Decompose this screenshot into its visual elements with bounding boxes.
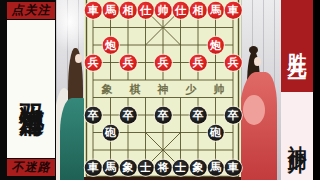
piece-red-兵: 兵 [225, 54, 242, 71]
piece-red-兵: 兵 [120, 54, 137, 71]
piece-black-将: 将 [155, 159, 172, 176]
river-char: 少 [186, 82, 197, 97]
piece-red-馬: 馬 [207, 2, 224, 19]
piece-black-象: 象 [120, 159, 137, 176]
piece-black-士: 士 [137, 159, 154, 176]
right-woman-hair-bun [249, 46, 258, 54]
piece-black-車: 車 [225, 159, 242, 176]
board-bottom-edge [84, 177, 241, 180]
river-channel-text: 象 棋 神 少 帅 [93, 81, 233, 97]
piece-black-砲: 砲 [207, 124, 224, 141]
xiangqi-board: 象 棋 神 少 帅 車馬相仕帅仕相馬車炮炮兵兵兵兵兵卒卒卒卒卒砲砲車馬象士将士象… [84, 0, 241, 180]
piece-red-車: 車 [225, 2, 242, 19]
left-photo-woman-teal [56, 0, 87, 180]
river-char: 棋 [130, 82, 141, 97]
no-lost-badge: 不迷路 [7, 159, 55, 176]
piece-black-馬: 馬 [102, 159, 119, 176]
piece-red-兵: 兵 [85, 54, 102, 71]
right-text-column: 胜九三 神少帅 [281, 0, 313, 180]
channel-band: 神少帅 [281, 92, 313, 180]
video-thumbnail[interactable]: 点关注 双炮过河篇 不迷路 象 [0, 0, 320, 180]
piece-red-兵: 兵 [155, 54, 172, 71]
piece-red-仕: 仕 [172, 2, 189, 19]
piece-black-卒: 卒 [190, 107, 207, 124]
no-lost-badge-label: 不迷路 [12, 159, 51, 176]
score-label: 胜九三 [284, 37, 310, 55]
river-char: 神 [158, 82, 169, 97]
piece-red-相: 相 [120, 2, 137, 19]
channel-label: 神少帅 [284, 129, 310, 144]
right-woman-face [254, 57, 261, 66]
right-photo-woman-red [241, 0, 281, 180]
left-woman-dress [60, 98, 87, 180]
left-woman-face [75, 54, 82, 63]
piece-red-炮: 炮 [207, 37, 224, 54]
piece-black-車: 車 [85, 159, 102, 176]
left-text-column: 点关注 双炮过河篇 不迷路 [0, 0, 56, 180]
piece-black-卒: 卒 [120, 107, 137, 124]
piece-red-相: 相 [190, 2, 207, 19]
right-black-edge [313, 0, 320, 180]
wall-haze [56, 0, 87, 52]
piece-black-象: 象 [190, 159, 207, 176]
score-band: 胜九三 [281, 0, 313, 92]
episode-title: 双炮过河篇 [7, 84, 55, 94]
piece-red-車: 車 [85, 2, 102, 19]
piece-red-炮: 炮 [102, 37, 119, 54]
piece-red-兵: 兵 [190, 54, 207, 71]
piece-black-砲: 砲 [102, 124, 119, 141]
piece-black-馬: 馬 [207, 159, 224, 176]
follow-badge-label: 点关注 [12, 2, 51, 19]
piece-red-帅: 帅 [155, 2, 172, 19]
follow-badge: 点关注 [7, 2, 55, 19]
river-char: 帅 [214, 82, 225, 97]
right-woman-sleeve [243, 95, 265, 125]
piece-black-卒: 卒 [155, 107, 172, 124]
title-strip: 双炮过河篇 [7, 20, 55, 158]
piece-black-士: 士 [172, 159, 189, 176]
right-woman-dress [241, 72, 277, 180]
piece-black-卒: 卒 [85, 107, 102, 124]
river-char: 象 [102, 82, 113, 97]
piece-red-馬: 馬 [102, 2, 119, 19]
piece-red-仕: 仕 [137, 2, 154, 19]
piece-black-卒: 卒 [225, 107, 242, 124]
